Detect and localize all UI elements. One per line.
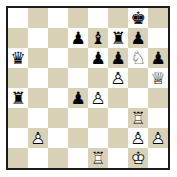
piece-white-knight[interactable]: ♘	[128, 48, 148, 68]
square-f5[interactable]: ♟♙	[108, 68, 128, 88]
square-e5[interactable]	[88, 68, 108, 88]
square-f1[interactable]	[108, 148, 128, 168]
square-d2[interactable]	[68, 128, 88, 148]
square-c3[interactable]	[48, 108, 68, 128]
square-a8[interactable]	[8, 8, 28, 28]
piece-black-pawn[interactable]: ♟	[88, 48, 108, 68]
piece-black-king[interactable]: ♚	[128, 8, 148, 28]
piece-white-queen[interactable]: ♕	[148, 68, 168, 88]
square-e3[interactable]	[88, 108, 108, 128]
square-h5[interactable]: ♛♕	[148, 68, 168, 88]
piece-black-bishop[interactable]: ♝	[88, 28, 108, 48]
square-a4[interactable]: ♜	[8, 88, 28, 108]
square-d7[interactable]: ♟	[68, 28, 88, 48]
square-c2[interactable]	[48, 128, 68, 148]
chess-diagram: ♚♟♝♜♟♛♟♟♞♘♟♟♙♛♕♜♟♟♙♜♖♟♙♟♙♟♙♜♖♚♔	[0, 0, 177, 177]
square-e1[interactable]: ♜♖	[88, 148, 108, 168]
square-h4[interactable]	[148, 88, 168, 108]
square-c6[interactable]	[48, 48, 68, 68]
square-b8[interactable]	[28, 8, 48, 28]
piece-white-pawn[interactable]: ♙	[88, 88, 108, 108]
square-d3[interactable]	[68, 108, 88, 128]
piece-black-rook[interactable]: ♜	[108, 28, 128, 48]
piece-white-pawn[interactable]: ♙	[28, 128, 48, 148]
square-a1[interactable]	[8, 148, 28, 168]
square-a7[interactable]	[8, 28, 28, 48]
piece-white-rook[interactable]: ♖	[128, 108, 148, 128]
square-a6[interactable]: ♛	[8, 48, 28, 68]
piece-black-pawn[interactable]: ♟	[108, 48, 128, 68]
square-g6[interactable]: ♞♘	[128, 48, 148, 68]
square-a5[interactable]	[8, 68, 28, 88]
piece-black-pawn[interactable]: ♟	[68, 88, 88, 108]
square-c7[interactable]	[48, 28, 68, 48]
square-d5[interactable]	[68, 68, 88, 88]
piece-black-queen[interactable]: ♛	[8, 48, 28, 68]
square-a3[interactable]	[8, 108, 28, 128]
piece-white-pawn[interactable]: ♙	[148, 128, 168, 148]
piece-white-rook[interactable]: ♖	[88, 148, 108, 168]
square-g2[interactable]: ♟♙	[128, 128, 148, 148]
square-d8[interactable]	[68, 8, 88, 28]
square-h6[interactable]: ♟	[148, 48, 168, 68]
square-a2[interactable]	[8, 128, 28, 148]
piece-white-pawn[interactable]: ♙	[128, 128, 148, 148]
square-e8[interactable]	[88, 8, 108, 28]
square-g3[interactable]: ♜♖	[128, 108, 148, 128]
square-e4[interactable]: ♟♙	[88, 88, 108, 108]
square-d1[interactable]	[68, 148, 88, 168]
square-h2[interactable]: ♟♙	[148, 128, 168, 148]
square-g4[interactable]	[128, 88, 148, 108]
square-f3[interactable]	[108, 108, 128, 128]
square-g5[interactable]	[128, 68, 148, 88]
square-f8[interactable]	[108, 8, 128, 28]
chess-board: ♚♟♝♜♟♛♟♟♞♘♟♟♙♛♕♜♟♟♙♜♖♟♙♟♙♟♙♜♖♚♔	[6, 6, 170, 170]
square-c8[interactable]	[48, 8, 68, 28]
square-e7[interactable]: ♝	[88, 28, 108, 48]
square-f6[interactable]: ♟	[108, 48, 128, 68]
square-b6[interactable]	[28, 48, 48, 68]
square-b3[interactable]	[28, 108, 48, 128]
piece-black-pawn[interactable]: ♟	[148, 48, 168, 68]
square-e6[interactable]: ♟	[88, 48, 108, 68]
square-g8[interactable]: ♚	[128, 8, 148, 28]
square-d6[interactable]	[68, 48, 88, 68]
square-b1[interactable]	[28, 148, 48, 168]
piece-black-pawn[interactable]: ♟	[128, 28, 148, 48]
piece-white-pawn[interactable]: ♙	[108, 68, 128, 88]
square-f2[interactable]	[108, 128, 128, 148]
square-g1[interactable]: ♚♔	[128, 148, 148, 168]
square-c5[interactable]	[48, 68, 68, 88]
square-f7[interactable]: ♜	[108, 28, 128, 48]
square-h7[interactable]	[148, 28, 168, 48]
square-f4[interactable]	[108, 88, 128, 108]
piece-white-king[interactable]: ♔	[128, 148, 148, 168]
square-c4[interactable]	[48, 88, 68, 108]
square-c1[interactable]	[48, 148, 68, 168]
square-d4[interactable]: ♟	[68, 88, 88, 108]
square-b7[interactable]	[28, 28, 48, 48]
square-h8[interactable]	[148, 8, 168, 28]
square-b5[interactable]	[28, 68, 48, 88]
square-b2[interactable]: ♟♙	[28, 128, 48, 148]
square-b4[interactable]	[28, 88, 48, 108]
square-g7[interactable]: ♟	[128, 28, 148, 48]
square-h3[interactable]	[148, 108, 168, 128]
piece-black-rook[interactable]: ♜	[8, 88, 28, 108]
square-h1[interactable]	[148, 148, 168, 168]
square-e2[interactable]	[88, 128, 108, 148]
piece-black-pawn[interactable]: ♟	[68, 28, 88, 48]
